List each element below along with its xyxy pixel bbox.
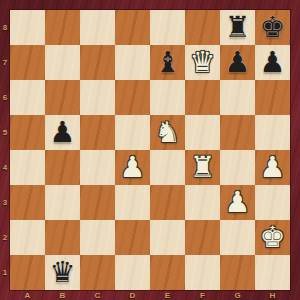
black-queen[interactable]: ♛: [45, 255, 80, 290]
square-h2[interactable]: ♚: [255, 220, 290, 255]
rank-label-2: 2: [0, 220, 10, 255]
square-g5[interactable]: [220, 115, 255, 150]
square-a3[interactable]: [10, 185, 45, 220]
square-f3[interactable]: [185, 185, 220, 220]
rank-label-1: 1: [0, 255, 10, 290]
square-e1[interactable]: [150, 255, 185, 290]
square-e4[interactable]: [150, 150, 185, 185]
square-e7[interactable]: ♝: [150, 45, 185, 80]
square-b6[interactable]: [45, 80, 80, 115]
square-f7[interactable]: ♛: [185, 45, 220, 80]
square-f4[interactable]: ♜: [185, 150, 220, 185]
square-b7[interactable]: [45, 45, 80, 80]
black-bishop[interactable]: ♝: [150, 45, 185, 80]
square-b3[interactable]: [45, 185, 80, 220]
square-g2[interactable]: [220, 220, 255, 255]
black-pawn[interactable]: ♟: [255, 45, 290, 80]
rank-label-7: 7: [0, 45, 10, 80]
square-d1[interactable]: [115, 255, 150, 290]
square-c2[interactable]: [80, 220, 115, 255]
square-d2[interactable]: [115, 220, 150, 255]
square-a2[interactable]: [10, 220, 45, 255]
square-c4[interactable]: [80, 150, 115, 185]
rank-label-8: 8: [0, 10, 10, 45]
file-label-c: C: [80, 290, 115, 300]
rank-label-3: 3: [0, 185, 10, 220]
chess-board-frame: ♜♚♝♛♟♟♟♞♟♜♟♟♚♛ 87654321 ABCDEFGH: [0, 0, 300, 300]
white-pawn[interactable]: ♟: [255, 150, 290, 185]
square-c3[interactable]: [80, 185, 115, 220]
square-b2[interactable]: [45, 220, 80, 255]
chess-board: ♜♚♝♛♟♟♟♞♟♜♟♟♚♛: [10, 10, 290, 290]
file-label-a: A: [10, 290, 45, 300]
white-pawn[interactable]: ♟: [115, 150, 150, 185]
square-h6[interactable]: [255, 80, 290, 115]
square-f5[interactable]: [185, 115, 220, 150]
square-c5[interactable]: [80, 115, 115, 150]
square-d7[interactable]: [115, 45, 150, 80]
file-label-f: F: [185, 290, 220, 300]
square-c1[interactable]: [80, 255, 115, 290]
square-e5[interactable]: ♞: [150, 115, 185, 150]
square-f2[interactable]: [185, 220, 220, 255]
square-g6[interactable]: [220, 80, 255, 115]
square-c6[interactable]: [80, 80, 115, 115]
rank-label-6: 6: [0, 80, 10, 115]
square-d5[interactable]: [115, 115, 150, 150]
file-label-e: E: [150, 290, 185, 300]
square-a5[interactable]: [10, 115, 45, 150]
file-label-d: D: [115, 290, 150, 300]
square-d6[interactable]: [115, 80, 150, 115]
rank-label-5: 5: [0, 115, 10, 150]
white-king[interactable]: ♚: [255, 220, 290, 255]
square-g1[interactable]: [220, 255, 255, 290]
black-rook[interactable]: ♜: [220, 10, 255, 45]
square-e8[interactable]: [150, 10, 185, 45]
square-g3[interactable]: ♟: [220, 185, 255, 220]
square-b5[interactable]: ♟: [45, 115, 80, 150]
square-a6[interactable]: [10, 80, 45, 115]
square-a8[interactable]: [10, 10, 45, 45]
square-d4[interactable]: ♟: [115, 150, 150, 185]
square-d8[interactable]: [115, 10, 150, 45]
square-e2[interactable]: [150, 220, 185, 255]
square-d3[interactable]: [115, 185, 150, 220]
black-pawn[interactable]: ♟: [220, 45, 255, 80]
square-a7[interactable]: [10, 45, 45, 80]
square-h3[interactable]: [255, 185, 290, 220]
square-g4[interactable]: [220, 150, 255, 185]
white-pawn[interactable]: ♟: [220, 185, 255, 220]
square-h7[interactable]: ♟: [255, 45, 290, 80]
square-h5[interactable]: [255, 115, 290, 150]
square-a1[interactable]: [10, 255, 45, 290]
square-b4[interactable]: [45, 150, 80, 185]
white-rook[interactable]: ♜: [185, 150, 220, 185]
square-e3[interactable]: [150, 185, 185, 220]
square-g7[interactable]: ♟: [220, 45, 255, 80]
white-knight[interactable]: ♞: [150, 115, 185, 150]
white-queen[interactable]: ♛: [185, 45, 220, 80]
square-h4[interactable]: ♟: [255, 150, 290, 185]
square-h8[interactable]: ♚: [255, 10, 290, 45]
square-c8[interactable]: [80, 10, 115, 45]
square-e6[interactable]: [150, 80, 185, 115]
rank-label-4: 4: [0, 150, 10, 185]
black-pawn[interactable]: ♟: [45, 115, 80, 150]
square-c7[interactable]: [80, 45, 115, 80]
square-h1[interactable]: [255, 255, 290, 290]
square-b8[interactable]: [45, 10, 80, 45]
square-f1[interactable]: [185, 255, 220, 290]
square-f8[interactable]: [185, 10, 220, 45]
file-label-g: G: [220, 290, 255, 300]
file-label-b: B: [45, 290, 80, 300]
file-label-h: H: [255, 290, 290, 300]
square-b1[interactable]: ♛: [45, 255, 80, 290]
black-king[interactable]: ♚: [255, 10, 290, 45]
square-g8[interactable]: ♜: [220, 10, 255, 45]
square-a4[interactable]: [10, 150, 45, 185]
square-f6[interactable]: [185, 80, 220, 115]
